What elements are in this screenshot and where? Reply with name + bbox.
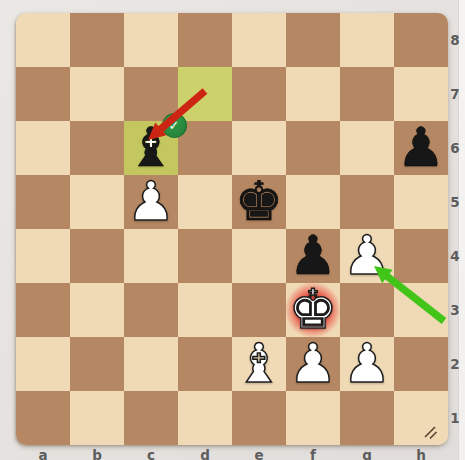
- square-a6[interactable]: [16, 121, 70, 175]
- square-h5[interactable]: [394, 175, 448, 229]
- square-h4[interactable]: [394, 229, 448, 283]
- square-f6[interactable]: [286, 121, 340, 175]
- square-g8[interactable]: [340, 13, 394, 67]
- square-h7[interactable]: [394, 67, 448, 121]
- square-a1[interactable]: [16, 391, 70, 445]
- file-label-h: h: [394, 447, 448, 460]
- file-label-b: b: [70, 447, 124, 460]
- square-f5[interactable]: [286, 175, 340, 229]
- square-c8[interactable]: [124, 13, 178, 67]
- square-h8[interactable]: [394, 13, 448, 67]
- file-label-c: c: [124, 447, 178, 460]
- file-label-a: a: [16, 447, 70, 460]
- square-h3[interactable]: [394, 283, 448, 337]
- square-a2[interactable]: [16, 337, 70, 391]
- square-d4[interactable]: [178, 229, 232, 283]
- square-g1[interactable]: [340, 391, 394, 445]
- rank-label-3: 3: [448, 283, 462, 337]
- square-b1[interactable]: [70, 391, 124, 445]
- white-pawn[interactable]: ♟: [286, 337, 340, 391]
- square-c3[interactable]: [124, 283, 178, 337]
- square-a7[interactable]: [16, 67, 70, 121]
- file-label-f: f: [286, 447, 340, 460]
- white-pawn[interactable]: ♟: [340, 337, 394, 391]
- bishop-cross-detail: +: [145, 135, 158, 150]
- square-c1[interactable]: [124, 391, 178, 445]
- square-c2[interactable]: [124, 337, 178, 391]
- square-d1[interactable]: [178, 391, 232, 445]
- rank-label-7: 7: [448, 67, 462, 121]
- square-d5[interactable]: [178, 175, 232, 229]
- square-g6[interactable]: [340, 121, 394, 175]
- square-f8[interactable]: [286, 13, 340, 67]
- square-b8[interactable]: [70, 13, 124, 67]
- rank-label-2: 2: [448, 337, 462, 391]
- square-d2[interactable]: [178, 337, 232, 391]
- square-g7[interactable]: [340, 67, 394, 121]
- white-pawn[interactable]: ♟: [124, 175, 178, 229]
- square-b5[interactable]: [70, 175, 124, 229]
- square-d7[interactable]: [178, 67, 232, 121]
- white-bishop[interactable]: ♝: [232, 337, 286, 391]
- black-pawn[interactable]: ♟: [286, 229, 340, 283]
- rank-label-6: 6: [448, 121, 462, 175]
- square-d8[interactable]: [178, 13, 232, 67]
- file-label-d: d: [178, 447, 232, 460]
- square-a4[interactable]: [16, 229, 70, 283]
- square-g3[interactable]: [340, 283, 394, 337]
- square-b3[interactable]: [70, 283, 124, 337]
- rank-label-5: 5: [448, 175, 462, 229]
- square-a3[interactable]: [16, 283, 70, 337]
- good-move-badge: ✓: [162, 113, 187, 138]
- square-e7[interactable]: [232, 67, 286, 121]
- square-h1[interactable]: [394, 391, 448, 445]
- square-a8[interactable]: [16, 13, 70, 67]
- square-e4[interactable]: [232, 229, 286, 283]
- black-pawn[interactable]: ♟: [394, 121, 448, 175]
- chess-app-stage: ♝+♟♟♚♟♟♚♝♟♟✓ abcdefgh 87654321: [0, 0, 465, 460]
- white-king[interactable]: ♚: [286, 283, 340, 337]
- rank-label-1: 1: [448, 391, 462, 445]
- file-label-g: g: [340, 447, 394, 460]
- square-f7[interactable]: [286, 67, 340, 121]
- square-c4[interactable]: [124, 229, 178, 283]
- file-label-e: e: [232, 447, 286, 460]
- good-move-mark: ✓: [169, 119, 180, 132]
- square-f1[interactable]: [286, 391, 340, 445]
- rank-label-8: 8: [448, 13, 462, 67]
- square-b2[interactable]: [70, 337, 124, 391]
- square-b6[interactable]: [70, 121, 124, 175]
- square-a5[interactable]: [16, 175, 70, 229]
- square-e1[interactable]: [232, 391, 286, 445]
- rank-label-4: 4: [448, 229, 462, 283]
- square-d3[interactable]: [178, 283, 232, 337]
- square-b4[interactable]: [70, 229, 124, 283]
- black-king[interactable]: ♚: [232, 175, 286, 229]
- square-g5[interactable]: [340, 175, 394, 229]
- square-e3[interactable]: [232, 283, 286, 337]
- square-e8[interactable]: [232, 13, 286, 67]
- square-b7[interactable]: [70, 67, 124, 121]
- chess-board[interactable]: ♝+♟♟♚♟♟♚♝♟♟✓: [16, 13, 448, 445]
- square-e6[interactable]: [232, 121, 286, 175]
- white-pawn[interactable]: ♟: [340, 229, 394, 283]
- square-h2[interactable]: [394, 337, 448, 391]
